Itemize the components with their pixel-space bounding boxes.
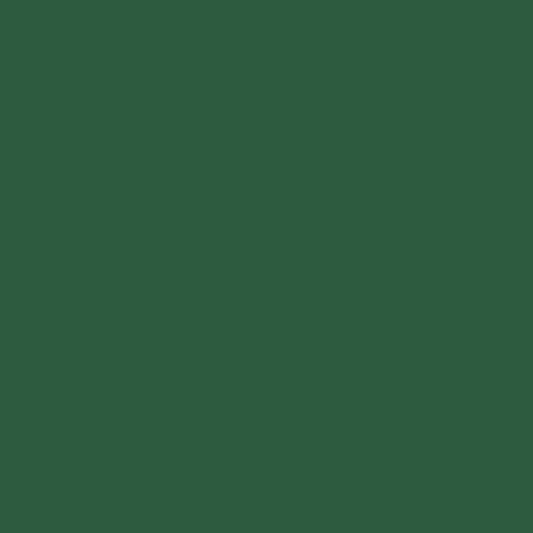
chess-board xyxy=(0,0,533,533)
